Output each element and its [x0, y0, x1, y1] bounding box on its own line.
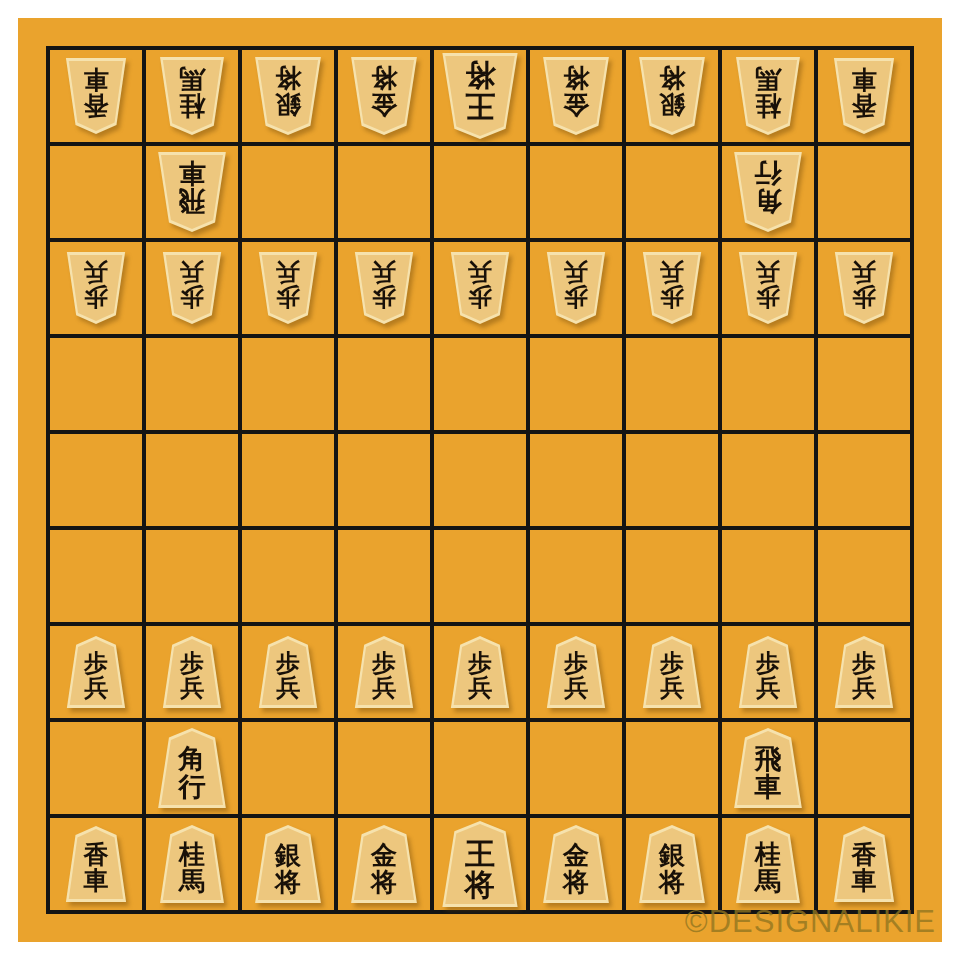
- piece-kanji: 香車: [832, 58, 896, 134]
- piece-body: 歩兵: [641, 636, 703, 708]
- square-4c[interactable]: 歩兵: [530, 242, 622, 334]
- square-2g[interactable]: 歩兵: [722, 626, 814, 718]
- square-5i[interactable]: 王将: [434, 818, 526, 910]
- square-9i[interactable]: 香車: [50, 818, 142, 910]
- piece-body: 銀将: [253, 57, 323, 135]
- piece-rook-gote[interactable]: 飛車: [156, 152, 228, 232]
- page: 香車桂馬銀将金将王将金将銀将桂馬香車飛車角行歩兵歩兵歩兵歩兵歩兵歩兵歩兵歩兵歩兵…: [0, 0, 960, 960]
- square-6i[interactable]: 金将: [338, 818, 430, 910]
- kanji-char: 銀: [659, 91, 685, 118]
- piece-body: 飛車: [156, 152, 228, 232]
- kanji-char: 王: [465, 91, 495, 122]
- piece-body: 桂馬: [158, 57, 226, 135]
- kanji-char: 銀: [275, 842, 301, 869]
- kanji-char: 将: [275, 869, 301, 896]
- kanji-char: 香: [84, 92, 109, 118]
- piece-body: 歩兵: [737, 252, 799, 324]
- square-6e[interactable]: [338, 434, 430, 526]
- kanji-char: 金: [563, 91, 589, 118]
- piece-pawn-sente[interactable]: 歩兵: [641, 636, 703, 708]
- kanji-char: 兵: [372, 676, 396, 701]
- kanji-char: 将: [563, 869, 589, 896]
- kanji-char: 金: [563, 842, 589, 869]
- piece-pawn-gote[interactable]: 歩兵: [641, 252, 703, 324]
- piece-body: 歩兵: [641, 252, 703, 324]
- square-5f[interactable]: [434, 530, 526, 622]
- square-3f[interactable]: [626, 530, 718, 622]
- kanji-char: 兵: [468, 676, 492, 701]
- square-7c[interactable]: 歩兵: [242, 242, 334, 334]
- piece-pawn-gote[interactable]: 歩兵: [737, 252, 799, 324]
- piece-pawn-sente[interactable]: 歩兵: [449, 636, 511, 708]
- kanji-char: 馬: [179, 868, 205, 895]
- kanji-char: 兵: [180, 259, 204, 284]
- piece-kanji: 金将: [541, 825, 611, 903]
- piece-kanji: 歩兵: [353, 636, 415, 708]
- kanji-char: 桂: [179, 92, 205, 119]
- kanji-char: 将: [563, 64, 589, 91]
- square-8d[interactable]: [146, 338, 238, 430]
- piece-knight-sente[interactable]: 桂馬: [158, 825, 226, 903]
- kanji-char: 金: [371, 91, 397, 118]
- piece-body: 銀将: [637, 57, 707, 135]
- piece-kanji: 歩兵: [737, 636, 799, 708]
- piece-body: 金将: [349, 825, 419, 903]
- piece-pawn-gote[interactable]: 歩兵: [833, 252, 895, 324]
- square-9d[interactable]: [50, 338, 142, 430]
- kanji-char: 歩: [468, 651, 492, 676]
- piece-body: 金将: [349, 57, 419, 135]
- piece-kanji: 桂馬: [734, 57, 802, 135]
- square-8a[interactable]: 桂馬: [146, 50, 238, 142]
- kanji-char: 歩: [180, 651, 204, 676]
- piece-kanji: 銀将: [253, 825, 323, 903]
- square-7i[interactable]: 銀将: [242, 818, 334, 910]
- piece-kanji: 歩兵: [161, 636, 223, 708]
- piece-bishop-gote[interactable]: 角行: [732, 152, 804, 232]
- piece-kanji: 歩兵: [737, 252, 799, 324]
- piece-pawn-sente[interactable]: 歩兵: [161, 636, 223, 708]
- square-2c[interactable]: 歩兵: [722, 242, 814, 334]
- piece-body: 香車: [64, 826, 128, 902]
- square-6c[interactable]: 歩兵: [338, 242, 430, 334]
- square-5g[interactable]: 歩兵: [434, 626, 526, 718]
- kanji-char: 飛: [179, 187, 206, 215]
- piece-bishop-sente[interactable]: 角行: [156, 728, 228, 808]
- square-2i[interactable]: 桂馬: [722, 818, 814, 910]
- square-2a[interactable]: 桂馬: [722, 50, 814, 142]
- piece-pawn-gote[interactable]: 歩兵: [545, 252, 607, 324]
- piece-body: 歩兵: [161, 636, 223, 708]
- square-3a[interactable]: 銀将: [626, 50, 718, 142]
- kanji-char: 車: [852, 868, 877, 894]
- kanji-char: 兵: [276, 676, 300, 701]
- kanji-char: 香: [852, 92, 877, 118]
- square-4a[interactable]: 金将: [530, 50, 622, 142]
- piece-kanji: 歩兵: [833, 636, 895, 708]
- piece-body: 歩兵: [833, 252, 895, 324]
- piece-body: 香車: [64, 58, 128, 134]
- watermark: ©DESIGNALIKIE: [685, 904, 936, 940]
- piece-knight-gote[interactable]: 桂馬: [734, 57, 802, 135]
- piece-pawn-gote[interactable]: 歩兵: [257, 252, 319, 324]
- piece-pawn-gote[interactable]: 歩兵: [449, 252, 511, 324]
- square-4b[interactable]: [530, 146, 622, 238]
- square-7h[interactable]: [242, 722, 334, 814]
- piece-kanji: 歩兵: [65, 252, 127, 324]
- piece-body: 角行: [156, 728, 228, 808]
- kanji-char: 歩: [372, 651, 396, 676]
- square-5h[interactable]: [434, 722, 526, 814]
- piece-silver-general-sente[interactable]: 銀将: [253, 825, 323, 903]
- square-9b[interactable]: [50, 146, 142, 238]
- piece-kanji: 銀将: [253, 57, 323, 135]
- square-1f[interactable]: [818, 530, 910, 622]
- kanji-char: 歩: [84, 284, 108, 309]
- square-5c[interactable]: 歩兵: [434, 242, 526, 334]
- square-1c[interactable]: 歩兵: [818, 242, 910, 334]
- piece-silver-general-gote[interactable]: 銀将: [637, 57, 707, 135]
- piece-body: 金将: [541, 825, 611, 903]
- piece-king-sente[interactable]: 王将: [440, 821, 520, 907]
- square-9c[interactable]: 歩兵: [50, 242, 142, 334]
- kanji-char: 兵: [756, 676, 780, 701]
- piece-kanji: 歩兵: [449, 252, 511, 324]
- kanji-char: 兵: [84, 259, 108, 284]
- piece-pawn-sente[interactable]: 歩兵: [257, 636, 319, 708]
- kanji-char: 歩: [276, 651, 300, 676]
- piece-gold-general-sente[interactable]: 金将: [349, 825, 419, 903]
- piece-body: 銀将: [637, 825, 707, 903]
- piece-body: 歩兵: [353, 252, 415, 324]
- kanji-char: 車: [84, 66, 109, 92]
- kanji-char: 馬: [755, 65, 781, 92]
- piece-body: 桂馬: [734, 825, 802, 903]
- square-1d[interactable]: [818, 338, 910, 430]
- square-9g[interactable]: 歩兵: [50, 626, 142, 718]
- kanji-char: 銀: [275, 91, 301, 118]
- piece-body: 桂馬: [734, 57, 802, 135]
- square-9h[interactable]: [50, 722, 142, 814]
- kanji-char: 将: [659, 869, 685, 896]
- piece-lance-gote[interactable]: 香車: [64, 58, 128, 134]
- piece-body: 金将: [541, 57, 611, 135]
- kanji-char: 車: [755, 773, 782, 801]
- piece-gold-general-sente[interactable]: 金将: [541, 825, 611, 903]
- kanji-char: 角: [755, 187, 782, 215]
- piece-kanji: 歩兵: [545, 636, 607, 708]
- kanji-char: 歩: [180, 284, 204, 309]
- piece-body: 銀将: [253, 825, 323, 903]
- square-5e[interactable]: [434, 434, 526, 526]
- kanji-char: 兵: [852, 676, 876, 701]
- piece-kanji: 歩兵: [641, 636, 703, 708]
- piece-pawn-gote[interactable]: 歩兵: [65, 252, 127, 324]
- square-8i[interactable]: 桂馬: [146, 818, 238, 910]
- piece-lance-sente[interactable]: 香車: [64, 826, 128, 902]
- piece-pawn-gote[interactable]: 歩兵: [353, 252, 415, 324]
- piece-kanji: 香車: [832, 826, 896, 902]
- piece-pawn-sente[interactable]: 歩兵: [737, 636, 799, 708]
- kanji-char: 歩: [564, 651, 588, 676]
- piece-body: 王将: [440, 53, 520, 139]
- kanji-char: 歩: [276, 284, 300, 309]
- kanji-char: 行: [755, 159, 782, 187]
- square-7e[interactable]: [242, 434, 334, 526]
- kanji-char: 兵: [564, 676, 588, 701]
- square-1b[interactable]: [818, 146, 910, 238]
- kanji-char: 将: [275, 64, 301, 91]
- piece-kanji: 歩兵: [257, 636, 319, 708]
- kanji-char: 歩: [852, 651, 876, 676]
- piece-body: 歩兵: [257, 252, 319, 324]
- square-3d[interactable]: [626, 338, 718, 430]
- piece-body: 歩兵: [545, 252, 607, 324]
- square-4e[interactable]: [530, 434, 622, 526]
- piece-kanji: 角行: [156, 728, 228, 808]
- kanji-char: 車: [179, 159, 206, 187]
- piece-body: 香車: [832, 58, 896, 134]
- piece-pawn-sente[interactable]: 歩兵: [353, 636, 415, 708]
- kanji-char: 兵: [372, 259, 396, 284]
- piece-kanji: 歩兵: [545, 252, 607, 324]
- kanji-char: 歩: [756, 284, 780, 309]
- piece-kanji: 桂馬: [734, 825, 802, 903]
- board-grid: 香車桂馬銀将金将王将金将銀将桂馬香車飛車角行歩兵歩兵歩兵歩兵歩兵歩兵歩兵歩兵歩兵…: [46, 46, 914, 914]
- square-6a[interactable]: 金将: [338, 50, 430, 142]
- piece-lance-gote[interactable]: 香車: [832, 58, 896, 134]
- kanji-char: 歩: [660, 284, 684, 309]
- square-7b[interactable]: [242, 146, 334, 238]
- square-1i[interactable]: 香車: [818, 818, 910, 910]
- square-8f[interactable]: [146, 530, 238, 622]
- square-4f[interactable]: [530, 530, 622, 622]
- square-6g[interactable]: 歩兵: [338, 626, 430, 718]
- piece-kanji: 桂馬: [158, 825, 226, 903]
- square-5d[interactable]: [434, 338, 526, 430]
- kanji-char: 兵: [468, 259, 492, 284]
- kanji-char: 銀: [659, 842, 685, 869]
- kanji-char: 兵: [84, 676, 108, 701]
- square-2e[interactable]: [722, 434, 814, 526]
- square-2b[interactable]: 角行: [722, 146, 814, 238]
- square-5b[interactable]: [434, 146, 526, 238]
- square-3e[interactable]: [626, 434, 718, 526]
- square-5a[interactable]: 王将: [434, 50, 526, 142]
- kanji-char: 桂: [179, 841, 205, 868]
- piece-kanji: 桂馬: [158, 57, 226, 135]
- piece-body: 歩兵: [65, 252, 127, 324]
- piece-body: 歩兵: [65, 636, 127, 708]
- piece-body: 歩兵: [161, 252, 223, 324]
- piece-kanji: 角行: [732, 152, 804, 232]
- square-2h[interactable]: 飛車: [722, 722, 814, 814]
- square-1g[interactable]: 歩兵: [818, 626, 910, 718]
- kanji-char: 兵: [660, 676, 684, 701]
- square-3b[interactable]: [626, 146, 718, 238]
- piece-body: 歩兵: [449, 636, 511, 708]
- kanji-char: 将: [371, 64, 397, 91]
- square-3h[interactable]: [626, 722, 718, 814]
- piece-kanji: 歩兵: [641, 252, 703, 324]
- square-8b[interactable]: 飛車: [146, 146, 238, 238]
- square-4g[interactable]: 歩兵: [530, 626, 622, 718]
- square-4h[interactable]: [530, 722, 622, 814]
- square-9e[interactable]: [50, 434, 142, 526]
- kanji-char: 兵: [660, 259, 684, 284]
- kanji-char: 金: [371, 842, 397, 869]
- kanji-char: 兵: [852, 259, 876, 284]
- square-6d[interactable]: [338, 338, 430, 430]
- kanji-char: 歩: [756, 651, 780, 676]
- square-2d[interactable]: [722, 338, 814, 430]
- kanji-char: 兵: [276, 259, 300, 284]
- piece-kanji: 銀将: [637, 57, 707, 135]
- piece-kanji: 歩兵: [353, 252, 415, 324]
- kanji-char: 車: [84, 868, 109, 894]
- square-3i[interactable]: 銀将: [626, 818, 718, 910]
- kanji-char: 歩: [372, 284, 396, 309]
- piece-kanji: 歩兵: [65, 636, 127, 708]
- piece-body: 歩兵: [353, 636, 415, 708]
- piece-body: 飛車: [732, 728, 804, 808]
- square-6h[interactable]: [338, 722, 430, 814]
- kanji-char: 馬: [179, 65, 205, 92]
- piece-kanji: 銀将: [637, 825, 707, 903]
- square-7g[interactable]: 歩兵: [242, 626, 334, 718]
- kanji-char: 将: [465, 60, 495, 91]
- square-8h[interactable]: 角行: [146, 722, 238, 814]
- square-7f[interactable]: [242, 530, 334, 622]
- kanji-char: 香: [84, 842, 109, 868]
- piece-lance-sente[interactable]: 香車: [832, 826, 896, 902]
- piece-kanji: 王将: [440, 53, 520, 139]
- square-3g[interactable]: 歩兵: [626, 626, 718, 718]
- piece-rook-sente[interactable]: 飛車: [732, 728, 804, 808]
- square-7a[interactable]: 銀将: [242, 50, 334, 142]
- kanji-char: 歩: [660, 651, 684, 676]
- piece-pawn-sente[interactable]: 歩兵: [545, 636, 607, 708]
- piece-kanji: 歩兵: [833, 252, 895, 324]
- kanji-char: 将: [465, 869, 495, 900]
- piece-kanji: 金将: [349, 825, 419, 903]
- kanji-char: 馬: [755, 868, 781, 895]
- kanji-char: 王: [465, 838, 495, 869]
- kanji-char: 兵: [180, 676, 204, 701]
- piece-kanji: 飛車: [732, 728, 804, 808]
- piece-kanji: 歩兵: [161, 252, 223, 324]
- square-6f[interactable]: [338, 530, 430, 622]
- piece-kanji: 香車: [64, 826, 128, 902]
- piece-body: 歩兵: [833, 636, 895, 708]
- piece-kanji: 金将: [541, 57, 611, 135]
- kanji-char: 兵: [564, 259, 588, 284]
- square-1a[interactable]: 香車: [818, 50, 910, 142]
- piece-body: 歩兵: [257, 636, 319, 708]
- square-1h[interactable]: [818, 722, 910, 814]
- kanji-char: 将: [371, 869, 397, 896]
- kanji-char: 車: [852, 66, 877, 92]
- piece-kanji: 歩兵: [449, 636, 511, 708]
- square-7d[interactable]: [242, 338, 334, 430]
- square-9a[interactable]: 香車: [50, 50, 142, 142]
- square-2f[interactable]: [722, 530, 814, 622]
- square-8c[interactable]: 歩兵: [146, 242, 238, 334]
- piece-kanji: 歩兵: [257, 252, 319, 324]
- kanji-char: 行: [179, 773, 206, 801]
- piece-body: 桂馬: [158, 825, 226, 903]
- kanji-char: 角: [179, 745, 206, 773]
- piece-kanji: 王将: [440, 821, 520, 907]
- square-1e[interactable]: [818, 434, 910, 526]
- kanji-char: 桂: [755, 841, 781, 868]
- kanji-char: 歩: [468, 284, 492, 309]
- kanji-char: 歩: [564, 284, 588, 309]
- piece-pawn-gote[interactable]: 歩兵: [161, 252, 223, 324]
- kanji-char: 歩: [84, 651, 108, 676]
- piece-silver-general-gote[interactable]: 銀将: [253, 57, 323, 135]
- square-6b[interactable]: [338, 146, 430, 238]
- square-4d[interactable]: [530, 338, 622, 430]
- piece-pawn-sente[interactable]: 歩兵: [65, 636, 127, 708]
- piece-kanji: 香車: [64, 58, 128, 134]
- kanji-char: 将: [659, 64, 685, 91]
- piece-knight-sente[interactable]: 桂馬: [734, 825, 802, 903]
- square-8g[interactable]: 歩兵: [146, 626, 238, 718]
- piece-body: 香車: [832, 826, 896, 902]
- kanji-char: 兵: [756, 259, 780, 284]
- piece-pawn-sente[interactable]: 歩兵: [833, 636, 895, 708]
- piece-king-gote[interactable]: 王将: [440, 53, 520, 139]
- piece-gold-general-gote[interactable]: 金将: [349, 57, 419, 135]
- square-8e[interactable]: [146, 434, 238, 526]
- kanji-char: 歩: [852, 284, 876, 309]
- piece-body: 歩兵: [737, 636, 799, 708]
- kanji-char: 飛: [755, 745, 782, 773]
- square-3c[interactable]: 歩兵: [626, 242, 718, 334]
- square-4i[interactable]: 金将: [530, 818, 622, 910]
- piece-body: 角行: [732, 152, 804, 232]
- piece-silver-general-sente[interactable]: 銀将: [637, 825, 707, 903]
- piece-knight-gote[interactable]: 桂馬: [158, 57, 226, 135]
- piece-kanji: 金将: [349, 57, 419, 135]
- kanji-char: 桂: [755, 92, 781, 119]
- piece-body: 王将: [440, 821, 520, 907]
- kanji-char: 香: [852, 842, 877, 868]
- piece-gold-general-gote[interactable]: 金将: [541, 57, 611, 135]
- piece-body: 歩兵: [545, 636, 607, 708]
- piece-body: 歩兵: [449, 252, 511, 324]
- piece-kanji: 飛車: [156, 152, 228, 232]
- square-9f[interactable]: [50, 530, 142, 622]
